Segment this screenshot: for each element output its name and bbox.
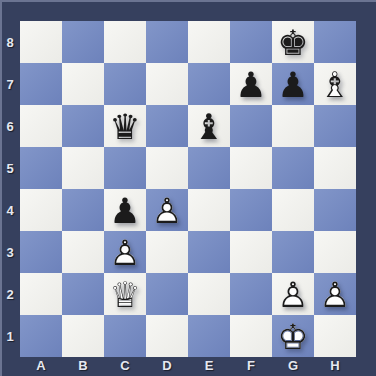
square-a7[interactable] [20, 63, 62, 105]
piece-glyph-outline: ♙ [104, 231, 146, 273]
piece-glyph-outline: ♙ [272, 273, 314, 315]
square-d2[interactable] [146, 273, 188, 315]
square-b2[interactable] [62, 273, 104, 315]
square-a5[interactable] [20, 147, 62, 189]
square-h1[interactable] [314, 315, 356, 357]
square-a1[interactable] [20, 315, 62, 357]
white-pawn-h2[interactable]: ♟♙ [314, 273, 356, 315]
square-b4[interactable] [62, 189, 104, 231]
square-g4[interactable] [272, 189, 314, 231]
square-g7[interactable]: ♟ [272, 63, 314, 105]
file-label-g: G [272, 355, 314, 376]
square-c4[interactable]: ♟ [104, 189, 146, 231]
square-e2[interactable] [188, 273, 230, 315]
square-d4[interactable]: ♟♙ [146, 189, 188, 231]
square-d1[interactable] [146, 315, 188, 357]
square-c6[interactable]: ♛ [104, 105, 146, 147]
square-e3[interactable] [188, 231, 230, 273]
square-f6[interactable] [230, 105, 272, 147]
rank-label-7: 7 [0, 63, 20, 105]
square-f7[interactable]: ♟ [230, 63, 272, 105]
square-c7[interactable] [104, 63, 146, 105]
square-g2[interactable]: ♟♙ [272, 273, 314, 315]
square-c5[interactable] [104, 147, 146, 189]
chess-diagram-frame: ♚♟♟♝♗♛♝♟♟♙♟♙♛♕♟♙♟♙♚♔ 87654321 ABCDEFGH [0, 0, 376, 376]
file-label-a: A [20, 355, 62, 376]
chess-board: ♚♟♟♝♗♛♝♟♟♙♟♙♛♕♟♙♟♙♚♔ [20, 21, 356, 357]
white-pawn-c3[interactable]: ♟♙ [104, 231, 146, 273]
piece-glyph-fill: ♝ [188, 105, 230, 147]
square-f5[interactable] [230, 147, 272, 189]
square-b5[interactable] [62, 147, 104, 189]
square-c2[interactable]: ♛♕ [104, 273, 146, 315]
square-a8[interactable] [20, 21, 62, 63]
file-label-f: F [230, 355, 272, 376]
piece-glyph-outline: ♔ [272, 315, 314, 357]
black-king-g8[interactable]: ♚ [272, 21, 314, 63]
square-h2[interactable]: ♟♙ [314, 273, 356, 315]
square-a6[interactable] [20, 105, 62, 147]
black-pawn-c4[interactable]: ♟ [104, 189, 146, 231]
piece-glyph-outline: ♕ [104, 273, 146, 315]
square-d7[interactable] [146, 63, 188, 105]
square-h4[interactable] [314, 189, 356, 231]
square-e8[interactable] [188, 21, 230, 63]
rank-label-6: 6 [0, 105, 20, 147]
square-b8[interactable] [62, 21, 104, 63]
square-h7[interactable]: ♝♗ [314, 63, 356, 105]
square-f4[interactable] [230, 189, 272, 231]
square-e7[interactable] [188, 63, 230, 105]
square-b7[interactable] [62, 63, 104, 105]
square-a4[interactable] [20, 189, 62, 231]
square-e6[interactable]: ♝ [188, 105, 230, 147]
piece-glyph-fill: ♟ [230, 63, 272, 105]
square-f3[interactable] [230, 231, 272, 273]
square-e5[interactable] [188, 147, 230, 189]
square-b3[interactable] [62, 231, 104, 273]
square-c3[interactable]: ♟♙ [104, 231, 146, 273]
square-b1[interactable] [62, 315, 104, 357]
rank-label-4: 4 [0, 189, 20, 231]
square-c8[interactable] [104, 21, 146, 63]
white-pawn-g2[interactable]: ♟♙ [272, 273, 314, 315]
square-e1[interactable] [188, 315, 230, 357]
file-label-d: D [146, 355, 188, 376]
file-label-h: H [314, 355, 356, 376]
square-g1[interactable]: ♚♔ [272, 315, 314, 357]
piece-glyph-fill: ♟ [104, 189, 146, 231]
white-bishop-h7[interactable]: ♝♗ [314, 63, 356, 105]
square-h6[interactable] [314, 105, 356, 147]
rank-label-3: 3 [0, 231, 20, 273]
piece-glyph-outline: ♗ [314, 63, 356, 105]
piece-glyph-fill: ♚ [272, 21, 314, 63]
rank-label-8: 8 [0, 21, 20, 63]
rank-label-1: 1 [0, 315, 20, 357]
black-pawn-g7[interactable]: ♟ [272, 63, 314, 105]
square-a2[interactable] [20, 273, 62, 315]
white-king-g1[interactable]: ♚♔ [272, 315, 314, 357]
white-queen-c2[interactable]: ♛♕ [104, 273, 146, 315]
square-d5[interactable] [146, 147, 188, 189]
file-label-c: C [104, 355, 146, 376]
square-g8[interactable]: ♚ [272, 21, 314, 63]
rank-label-5: 5 [0, 147, 20, 189]
black-bishop-e6[interactable]: ♝ [188, 105, 230, 147]
square-d8[interactable] [146, 21, 188, 63]
square-h5[interactable] [314, 147, 356, 189]
black-pawn-f7[interactable]: ♟ [230, 63, 272, 105]
square-d3[interactable] [146, 231, 188, 273]
square-h3[interactable] [314, 231, 356, 273]
rank-label-2: 2 [0, 273, 20, 315]
file-label-e: E [188, 355, 230, 376]
black-queen-c6[interactable]: ♛ [104, 105, 146, 147]
file-label-b: B [62, 355, 104, 376]
square-b6[interactable] [62, 105, 104, 147]
square-f2[interactable] [230, 273, 272, 315]
square-e4[interactable] [188, 189, 230, 231]
square-f8[interactable] [230, 21, 272, 63]
square-c1[interactable] [104, 315, 146, 357]
square-d6[interactable] [146, 105, 188, 147]
square-g6[interactable] [272, 105, 314, 147]
piece-glyph-fill: ♟ [272, 63, 314, 105]
square-h8[interactable] [314, 21, 356, 63]
piece-glyph-fill: ♛ [104, 105, 146, 147]
piece-glyph-outline: ♙ [146, 189, 188, 231]
square-g5[interactable] [272, 147, 314, 189]
white-pawn-d4[interactable]: ♟♙ [146, 189, 188, 231]
square-f1[interactable] [230, 315, 272, 357]
square-a3[interactable] [20, 231, 62, 273]
square-g3[interactable] [272, 231, 314, 273]
piece-glyph-outline: ♙ [314, 273, 356, 315]
